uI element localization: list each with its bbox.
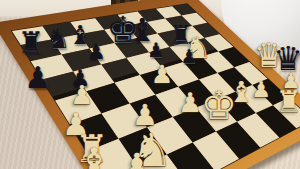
piece-white-pawn-g2[interactable]: ♟ bbox=[251, 79, 271, 101]
piece-black-rook-a8[interactable]: ♜ bbox=[18, 28, 45, 58]
chess-set-photo: ♜♞♝♟♚♝♟♜♟♟♟♞♟♟♟♜♝♞♟♟♟♚♝♟♟♜♛♛ bbox=[0, 0, 300, 169]
piece-black-king-e8[interactable]: ♚ bbox=[107, 12, 139, 48]
piece-black-pawn-h7[interactable]: ♟ bbox=[180, 47, 197, 66]
piece-white-pawn-f2[interactable]: ♟ bbox=[178, 89, 202, 116]
piece-white-pawn-d4[interactable]: ♟ bbox=[70, 82, 93, 108]
piece-white-rook-h1[interactable]: ♜ bbox=[276, 87, 300, 117]
piece-black-pawn-e6[interactable]: ♟ bbox=[86, 41, 106, 63]
piece-black-knight-b8[interactable]: ♞ bbox=[46, 25, 70, 52]
piece-white-king-e1[interactable]: ♚ bbox=[201, 85, 237, 125]
piece-white-pawn-e4[interactable]: ♟ bbox=[151, 62, 173, 87]
piece-black-pawn-f7[interactable]: ♟ bbox=[147, 40, 165, 60]
piece-black-pawn-a7[interactable]: ♟ bbox=[25, 63, 52, 93]
piece-white-bishop-c1[interactable]: ♝ bbox=[74, 142, 113, 169]
piece-white-pawn-b2[interactable]: ♟ bbox=[121, 149, 153, 169]
